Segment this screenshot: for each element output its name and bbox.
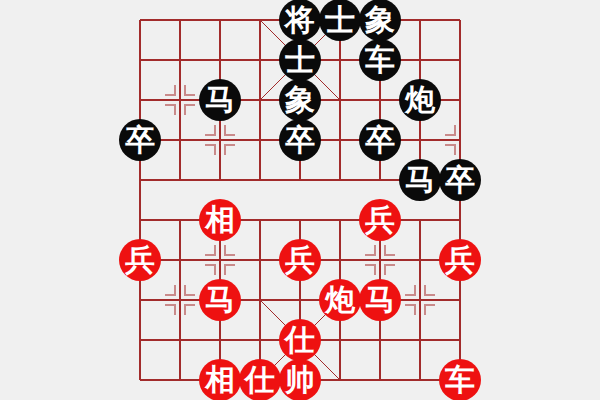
xiangqi-board: 将士象士车马象炮卒卒卒马卒相兵兵兵兵马炮马仕相仕帅车 (0, 0, 600, 400)
piece-black-elephant[interactable]: 象 (359, 0, 401, 41)
piece-red-horse[interactable]: 马 (359, 279, 401, 321)
piece-red-chariot[interactable]: 车 (439, 359, 481, 400)
piece-black-elephant[interactable]: 象 (279, 79, 321, 121)
piece-black-horse[interactable]: 马 (399, 159, 441, 201)
piece-red-advisor[interactable]: 仕 (279, 319, 321, 361)
piece-red-general[interactable]: 帅 (279, 359, 321, 400)
piece-red-cannon[interactable]: 炮 (319, 279, 361, 321)
piece-red-elephant[interactable]: 相 (199, 199, 241, 241)
piece-black-advisor[interactable]: 士 (319, 0, 361, 41)
piece-black-general[interactable]: 将 (279, 0, 321, 41)
pieces-layer: 将士象士车马象炮卒卒卒马卒相兵兵兵兵马炮马仕相仕帅车 (120, 0, 480, 400)
piece-red-horse[interactable]: 马 (199, 279, 241, 321)
piece-red-soldier[interactable]: 兵 (119, 239, 161, 281)
piece-black-advisor[interactable]: 士 (279, 39, 321, 81)
piece-red-elephant[interactable]: 相 (199, 359, 241, 400)
piece-black-soldier[interactable]: 卒 (279, 119, 321, 161)
piece-red-soldier[interactable]: 兵 (359, 199, 401, 241)
piece-black-soldier[interactable]: 卒 (439, 159, 481, 201)
piece-black-soldier[interactable]: 卒 (119, 119, 161, 161)
piece-black-cannon[interactable]: 炮 (399, 79, 441, 121)
piece-red-soldier[interactable]: 兵 (439, 239, 481, 281)
piece-black-horse[interactable]: 马 (199, 79, 241, 121)
piece-black-soldier[interactable]: 卒 (359, 119, 401, 161)
piece-red-advisor[interactable]: 仕 (239, 359, 281, 400)
piece-red-soldier[interactable]: 兵 (279, 239, 321, 281)
piece-black-chariot[interactable]: 车 (359, 39, 401, 81)
